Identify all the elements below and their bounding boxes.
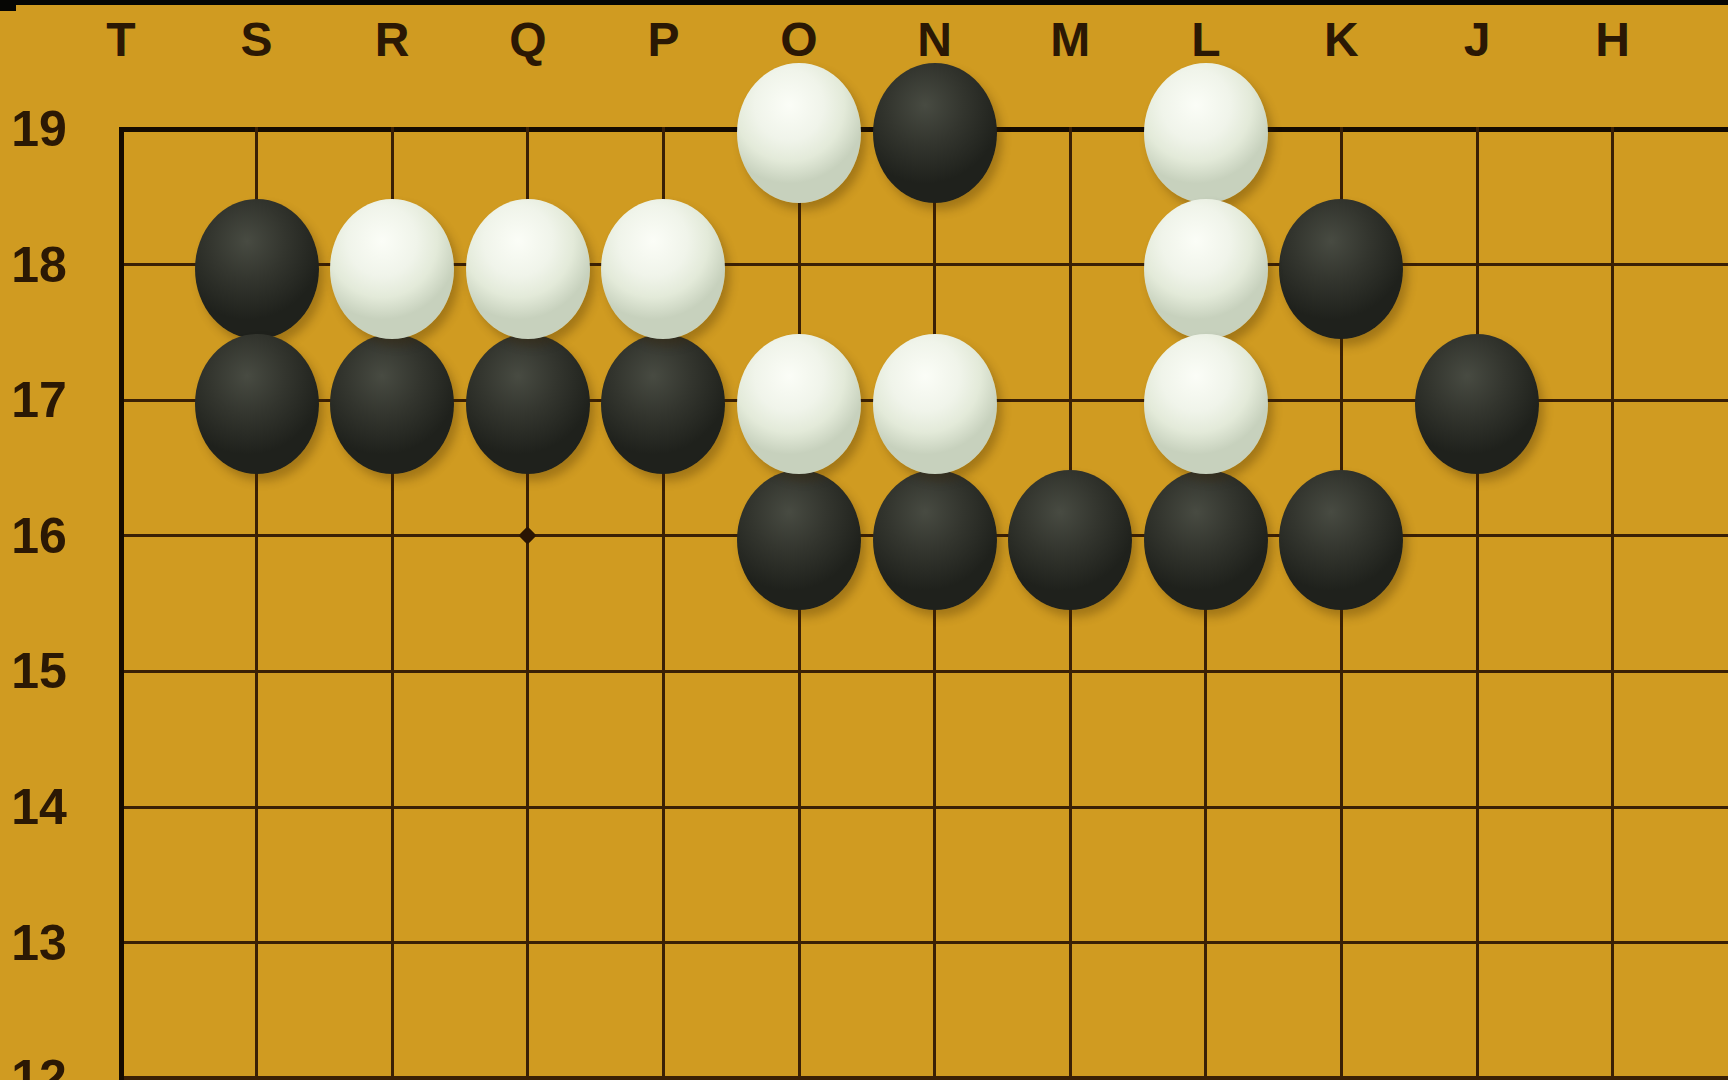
column-label-L: L xyxy=(1158,16,1254,64)
horizontal-grid-line-14 xyxy=(119,806,1728,809)
screen-top-edge-strip xyxy=(0,0,1728,5)
column-label-J: J xyxy=(1429,16,1525,64)
column-label-M: M xyxy=(1022,16,1118,64)
black-stone-N19[interactable] xyxy=(873,63,997,203)
black-stone-M16[interactable] xyxy=(1008,470,1132,610)
black-stone-S17[interactable] xyxy=(195,334,319,474)
screen-corner-artifact xyxy=(0,0,16,11)
column-label-H: H xyxy=(1565,16,1661,64)
column-label-S: S xyxy=(209,16,305,64)
black-stone-O16[interactable] xyxy=(737,470,861,610)
row-label-13: 13 xyxy=(3,917,75,969)
horizontal-grid-line-13 xyxy=(119,941,1728,944)
horizontal-grid-line-12 xyxy=(119,1076,1728,1080)
row-label-19: 19 xyxy=(3,103,75,155)
vertical-grid-line-J xyxy=(1476,127,1479,1080)
white-stone-O19[interactable] xyxy=(737,63,861,203)
black-stone-P17[interactable] xyxy=(601,334,725,474)
white-stone-L17[interactable] xyxy=(1144,334,1268,474)
row-label-15: 15 xyxy=(3,645,75,697)
white-stone-R18[interactable] xyxy=(330,199,454,339)
black-stone-N16[interactable] xyxy=(873,470,997,610)
white-stone-P18[interactable] xyxy=(601,199,725,339)
white-stone-N17[interactable] xyxy=(873,334,997,474)
column-label-R: R xyxy=(344,16,440,64)
white-stone-L18[interactable] xyxy=(1144,199,1268,339)
column-label-Q: Q xyxy=(480,16,576,64)
row-label-17: 17 xyxy=(3,374,75,426)
vertical-grid-line-H xyxy=(1611,127,1614,1080)
white-stone-O17[interactable] xyxy=(737,334,861,474)
column-label-O: O xyxy=(751,16,847,64)
column-label-T: T xyxy=(73,16,169,64)
column-label-K: K xyxy=(1293,16,1389,64)
row-label-16: 16 xyxy=(3,510,75,562)
horizontal-grid-line-15 xyxy=(119,670,1728,673)
black-stone-R17[interactable] xyxy=(330,334,454,474)
column-label-P: P xyxy=(615,16,711,64)
black-stone-K16[interactable] xyxy=(1279,470,1403,610)
go-board-screenshot: TSRQPONMLKJH 1918171615141312 xyxy=(0,0,1728,1080)
black-stone-S18[interactable] xyxy=(195,199,319,339)
row-label-12: 12 xyxy=(3,1052,75,1080)
white-stone-Q18[interactable] xyxy=(466,199,590,339)
black-stone-K18[interactable] xyxy=(1279,199,1403,339)
black-stone-Q17[interactable] xyxy=(466,334,590,474)
black-stone-J17[interactable] xyxy=(1415,334,1539,474)
column-label-N: N xyxy=(887,16,983,64)
black-stone-L16[interactable] xyxy=(1144,470,1268,610)
vertical-grid-line-T xyxy=(119,127,124,1080)
white-stone-L19[interactable] xyxy=(1144,63,1268,203)
star-point-Q16 xyxy=(519,527,537,545)
row-label-18: 18 xyxy=(3,239,75,291)
row-label-14: 14 xyxy=(3,781,75,833)
